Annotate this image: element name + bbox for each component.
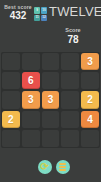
best-score-value: 432: [3, 10, 33, 21]
board-cell-r1c5: 3: [81, 53, 99, 70]
menu-button[interactable]: [56, 160, 70, 174]
tile-6[interactable]: 6: [22, 72, 40, 89]
logo-tile-12: 12: [41, 15, 47, 22]
board-cell-r4c2: [22, 111, 40, 128]
board-cell-r5c3: [42, 130, 60, 147]
board-cell-r5c5: [81, 130, 99, 147]
board-cell-r2c4: [61, 72, 79, 89]
menu-icon: [59, 163, 66, 171]
board-cell-r4c5: 4: [81, 111, 99, 128]
board-cell-r3c2: 3: [22, 91, 40, 108]
board-cell-r5c1: [2, 130, 20, 147]
board-cell-r3c5: 2: [81, 91, 99, 108]
board-cell-r1c4: [61, 53, 79, 70]
board-cell-r2c5: [81, 72, 99, 89]
page-title: TWELVE: [49, 4, 101, 19]
best-score-block: Best score 432: [3, 4, 33, 21]
board-cell-r3c1: [2, 91, 20, 108]
tile-3[interactable]: 3: [81, 53, 99, 70]
tile-3[interactable]: 3: [42, 91, 60, 108]
tile-2[interactable]: 2: [81, 91, 99, 108]
board[interactable]: 3633224: [1, 52, 100, 148]
board-cell-r2c3: [42, 72, 60, 89]
board-cell-r5c4: [61, 130, 79, 147]
board-cell-r1c2: [22, 53, 40, 70]
footer-bar: ⟳: [0, 159, 101, 175]
board-cell-r3c4: [61, 91, 79, 108]
score-value: 78: [57, 34, 89, 45]
logo-tile-9: 9: [34, 7, 40, 14]
logo-icon: 9101112: [34, 7, 47, 21]
score-block: Score 78: [57, 27, 89, 45]
board-cell-r2c1: [2, 72, 20, 89]
refresh-icon: ⟳: [40, 162, 48, 172]
board-cell-r4c1: 2: [2, 111, 20, 128]
board-cell-r3c3: 3: [42, 91, 60, 108]
tile-4[interactable]: 4: [81, 111, 99, 128]
board-cell-r4c3: [42, 111, 60, 128]
restart-button[interactable]: ⟳: [38, 160, 52, 174]
board-cell-r1c3: [42, 53, 60, 70]
logo-tile-11: 11: [34, 15, 40, 22]
logo-tile-10: 10: [41, 7, 47, 14]
tile-2[interactable]: 2: [2, 111, 20, 128]
board-cell-r1c1: [2, 53, 20, 70]
score-label: Score: [57, 27, 89, 34]
board-cell-r2c2: 6: [22, 72, 40, 89]
tile-3[interactable]: 3: [22, 91, 40, 108]
board-cell-r4c4: [61, 111, 79, 128]
board-cell-r5c2: [22, 130, 40, 147]
app-root: Best score 432 9101112 TWELVE Score 78 3…: [0, 0, 101, 182]
